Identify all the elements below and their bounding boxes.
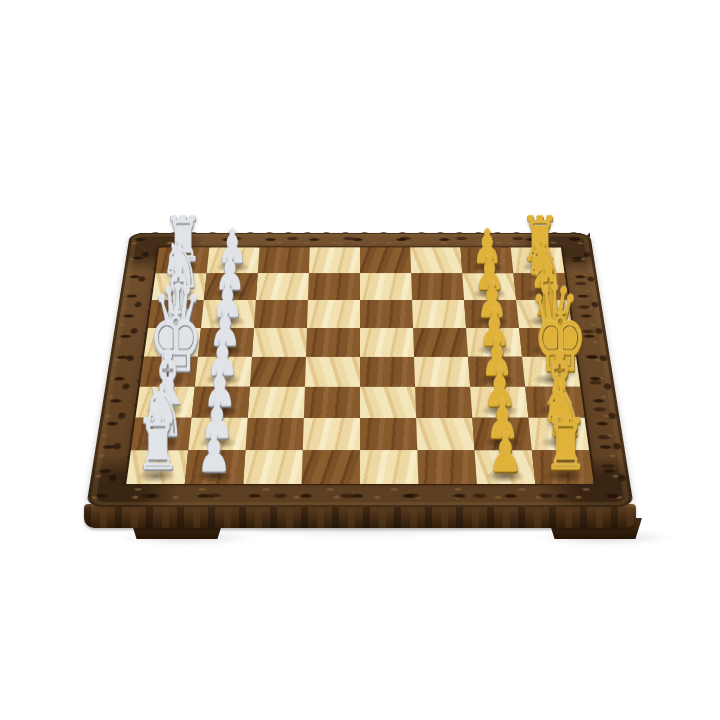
square-h6 — [417, 450, 477, 484]
square-g8: ♞ — [528, 418, 589, 450]
square-h8: ♜ — [532, 450, 594, 484]
square-e8: ♚ — [522, 357, 580, 387]
square-e3 — [250, 357, 306, 387]
square-g7: ♟ — [472, 418, 532, 450]
product-photo-scene: ♜♟♟♜♞♟♟♞♝♟♟♝♛♟♟♛♚♟♟♚♝♟♟♝♞♟♟♞♜♟♟♜ — [0, 0, 720, 720]
chess-board: ♜♟♟♜♞♟♟♞♝♟♟♝♛♟♟♛♚♟♟♚♝♟♟♝♞♟♟♞♜♟♟♜ — [86, 233, 634, 507]
square-h5 — [360, 450, 418, 484]
square-f3 — [248, 387, 305, 418]
square-g2: ♟ — [188, 418, 248, 450]
square-h1: ♜ — [126, 450, 188, 484]
square-h7: ♟ — [475, 450, 536, 484]
square-h4 — [302, 450, 360, 484]
square-f7: ♟ — [470, 387, 528, 418]
square-g6 — [416, 418, 474, 450]
square-g5 — [360, 418, 417, 450]
square-f8: ♝ — [525, 387, 584, 418]
square-e1: ♚ — [140, 357, 198, 387]
square-g1: ♞ — [131, 418, 192, 450]
square-e6 — [414, 357, 470, 387]
square-f2: ♟ — [192, 387, 250, 418]
square-f4 — [304, 387, 360, 418]
square-f6 — [415, 387, 472, 418]
square-g3 — [245, 418, 303, 450]
square-e7: ♟ — [468, 357, 525, 387]
square-h2: ♟ — [185, 450, 246, 484]
square-g4 — [303, 418, 360, 450]
square-e2: ♟ — [195, 357, 252, 387]
square-f5 — [360, 387, 416, 418]
board-front-molding — [84, 504, 636, 528]
square-e5 — [360, 357, 415, 387]
square-e4 — [305, 357, 360, 387]
square-f1: ♝ — [135, 387, 194, 418]
square-h3 — [243, 450, 303, 484]
